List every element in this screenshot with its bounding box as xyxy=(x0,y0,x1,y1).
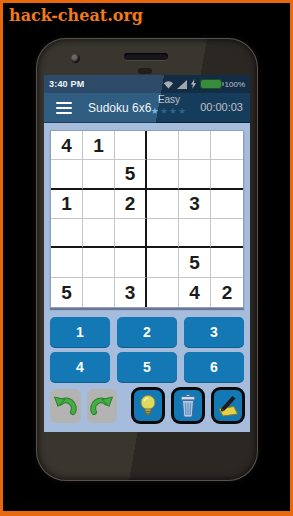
screenshot-frame: hack-cheat.org 3:40 PM xyxy=(0,0,293,516)
sudoku-grid: 41512355342 xyxy=(50,130,244,308)
undo-icon xyxy=(52,393,78,419)
front-camera-icon xyxy=(71,54,80,63)
numpad-button-5[interactable]: 5 xyxy=(117,352,177,382)
battery-percent: 100% xyxy=(225,80,245,89)
grid-cell-r6c2[interactable] xyxy=(83,278,115,307)
star-icon: ★ xyxy=(169,106,178,116)
grid-cell-r2c4[interactable] xyxy=(147,160,179,189)
pen-on-paper-icon xyxy=(216,393,240,419)
difficulty-indicator: Easy ★★★★ xyxy=(143,94,195,116)
trash-icon xyxy=(176,393,200,419)
grid-cell-r5c3[interactable] xyxy=(115,248,147,277)
toolbar xyxy=(50,387,245,424)
numpad-button-3[interactable]: 3 xyxy=(184,317,244,347)
grid-cell-r5c1[interactable] xyxy=(51,248,83,277)
battery-icon xyxy=(200,79,222,89)
grid-cell-r3c1[interactable]: 1 xyxy=(51,190,83,219)
undo-button[interactable] xyxy=(50,389,81,423)
redo-icon xyxy=(89,393,115,419)
grid-cell-r6c6[interactable]: 2 xyxy=(211,278,243,307)
app-title: Sudoku 6x6 xyxy=(88,101,151,115)
grid-cell-r5c4[interactable] xyxy=(147,248,179,277)
grid-cell-r1c5[interactable] xyxy=(179,131,211,160)
game-timer: 00:00:03 xyxy=(200,101,243,113)
grid-cell-r2c5[interactable] xyxy=(179,160,211,189)
clock-text: 3:40 PM xyxy=(49,79,84,89)
star-icon: ★ xyxy=(160,106,169,116)
number-pad: 123456 xyxy=(50,317,244,382)
wifi-icon xyxy=(163,80,174,89)
grid-cell-r5c5[interactable]: 5 xyxy=(179,248,211,277)
status-icons: 100% xyxy=(163,79,245,89)
grid-cell-r3c6[interactable] xyxy=(211,190,243,219)
hamburger-menu-icon[interactable] xyxy=(56,102,72,114)
grid-cell-r2c2[interactable] xyxy=(83,160,115,189)
status-bar: 3:40 PM 100% xyxy=(44,75,250,93)
grid-cell-r2c3[interactable]: 5 xyxy=(115,160,147,189)
numpad-button-1[interactable]: 1 xyxy=(50,317,110,347)
signal-icon xyxy=(177,80,187,89)
star-icon: ★ xyxy=(151,106,160,116)
grid-cell-r1c2[interactable]: 1 xyxy=(83,131,115,160)
grid-cell-r3c4[interactable] xyxy=(147,190,179,219)
proximity-sensor-icon xyxy=(138,68,152,74)
phone-screen: 3:40 PM 100% xyxy=(44,75,250,432)
grid-cell-r5c2[interactable] xyxy=(83,248,115,277)
grid-cell-r6c3[interactable]: 3 xyxy=(115,278,147,307)
earpiece-speaker-icon xyxy=(124,53,168,60)
difficulty-stars: ★★★★ xyxy=(143,106,195,116)
charging-bolt-icon xyxy=(190,79,197,89)
hint-button[interactable] xyxy=(131,387,165,424)
numpad-button-4[interactable]: 4 xyxy=(50,352,110,382)
grid-cell-r4c1[interactable] xyxy=(51,219,83,248)
grid-cell-r3c2[interactable] xyxy=(83,190,115,219)
phone-frame: 3:40 PM 100% xyxy=(36,38,258,481)
numpad-button-6[interactable]: 6 xyxy=(184,352,244,382)
lightbulb-icon xyxy=(136,393,160,419)
clear-button[interactable] xyxy=(171,387,205,424)
difficulty-label: Easy xyxy=(143,94,195,106)
grid-cell-r1c3[interactable] xyxy=(115,131,147,160)
erase-button[interactable] xyxy=(211,387,245,424)
grid-cell-r1c4[interactable] xyxy=(147,131,179,160)
grid-cell-r4c4[interactable] xyxy=(147,219,179,248)
grid-cell-r6c4[interactable] xyxy=(147,278,179,307)
star-icon: ★ xyxy=(178,106,187,116)
redo-button[interactable] xyxy=(87,389,118,423)
grid-cell-r6c1[interactable]: 5 xyxy=(51,278,83,307)
header: 3:40 PM 100% xyxy=(44,75,250,123)
grid-cell-r4c2[interactable] xyxy=(83,219,115,248)
grid-cell-r2c1[interactable] xyxy=(51,160,83,189)
app-bar: Sudoku 6x6 Easy ★★★★ 00:00:03 xyxy=(44,93,250,123)
grid-cell-r4c5[interactable] xyxy=(179,219,211,248)
watermark-text: hack-cheat.org xyxy=(9,6,143,25)
grid-cell-r6c5[interactable]: 4 xyxy=(179,278,211,307)
grid-cell-r4c6[interactable] xyxy=(211,219,243,248)
grid-cell-r1c6[interactable] xyxy=(211,131,243,160)
grid-cell-r3c3[interactable]: 2 xyxy=(115,190,147,219)
grid-cell-r2c6[interactable] xyxy=(211,160,243,189)
grid-cell-r1c1[interactable]: 4 xyxy=(51,131,83,160)
numpad-button-2[interactable]: 2 xyxy=(117,317,177,347)
grid-cell-r4c3[interactable] xyxy=(115,219,147,248)
grid-cell-r5c6[interactable] xyxy=(211,248,243,277)
grid-cell-r3c5[interactable]: 3 xyxy=(179,190,211,219)
